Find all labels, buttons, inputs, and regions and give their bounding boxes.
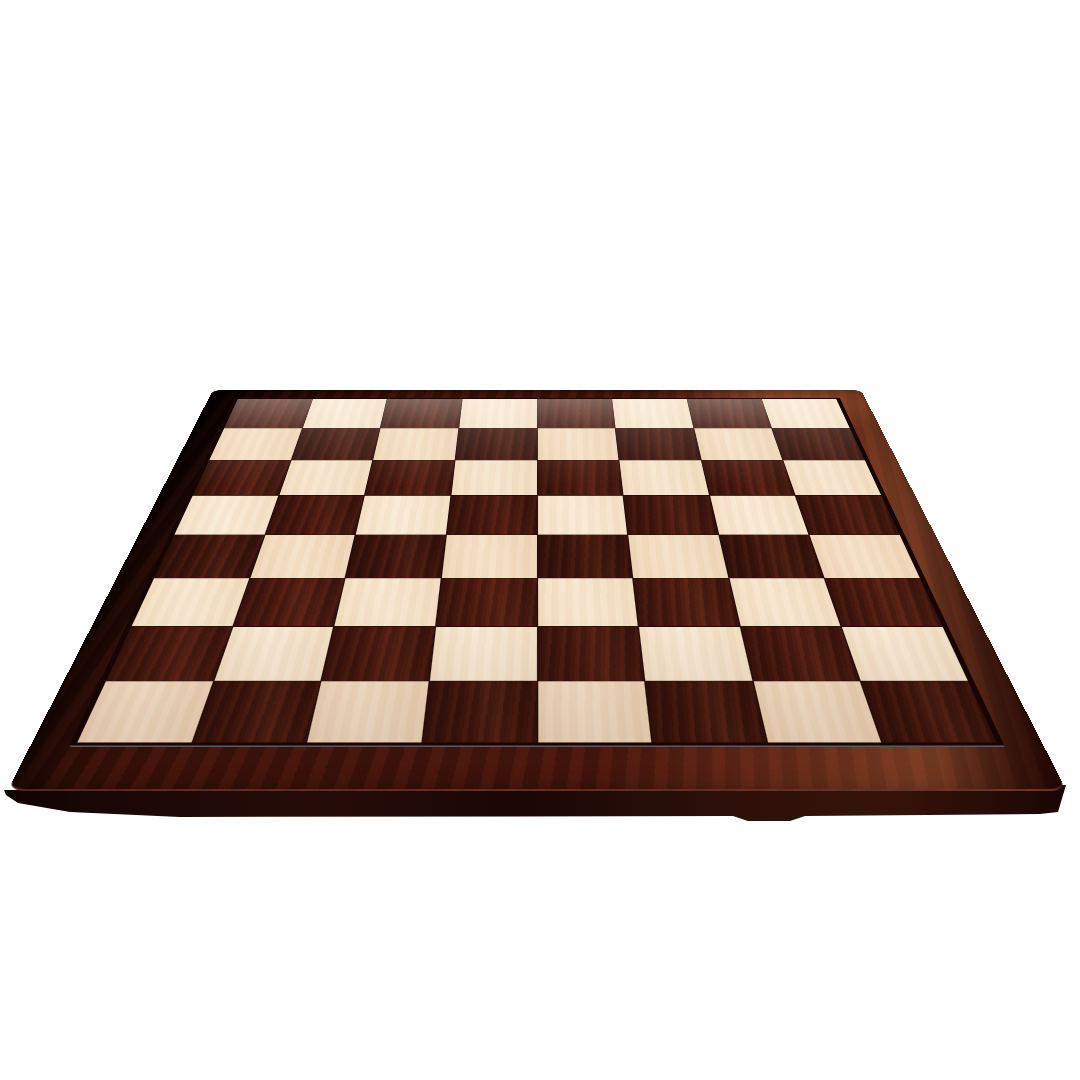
square-r5c1 [233,578,345,626]
square-r4c6 [719,535,824,578]
square-r6c1 [214,627,333,681]
square-r1c5 [616,428,701,460]
square-r0c6 [687,399,771,428]
board-grid [77,399,996,742]
square-r2c0 [193,461,290,496]
square-r2c6 [702,461,795,496]
square-r3c1 [265,496,364,535]
square-r3c2 [356,496,450,535]
square-r1c2 [373,428,458,460]
square-r4c3 [442,535,537,578]
square-r2c5 [620,461,709,496]
square-r0c1 [303,399,387,428]
chessboard [7,390,1066,791]
square-r4c0 [154,535,264,578]
square-r5c0 [132,578,249,626]
square-r7c2 [307,681,428,742]
square-r6c5 [639,627,752,681]
square-r2c7 [784,461,881,496]
square-r0c7 [762,399,850,428]
square-r3c3 [447,496,537,535]
square-r1c0 [209,428,301,460]
square-r0c5 [612,399,693,428]
square-r7c4 [538,681,652,742]
square-r2c2 [365,461,454,496]
square-r2c3 [451,461,536,496]
square-r4c2 [346,535,446,578]
square-r1c7 [772,428,864,460]
square-r4c1 [250,535,355,578]
square-r3c0 [175,496,278,535]
square-r0c2 [381,399,462,428]
square-r1c3 [455,428,536,460]
square-r7c3 [423,681,537,742]
board-photo [0,0,1080,1080]
square-r0c4 [537,399,614,428]
square-r3c7 [796,496,899,535]
square-r6c4 [538,627,645,681]
square-r3c4 [537,496,627,535]
square-r2c4 [537,461,622,496]
square-r6c6 [741,627,860,681]
square-r7c6 [753,681,881,742]
square-r3c6 [710,496,809,535]
square-r1c4 [537,428,618,460]
square-r3c5 [624,496,718,535]
square-r5c3 [436,578,536,626]
square-r4c5 [628,535,728,578]
square-r0c3 [459,399,536,428]
square-r1c1 [291,428,380,460]
square-r5c6 [729,578,841,626]
square-r6c3 [430,627,537,681]
square-r1c6 [694,428,783,460]
square-r5c2 [335,578,441,626]
square-r7c5 [646,681,767,742]
square-r0c0 [224,399,312,428]
square-r5c5 [633,578,739,626]
square-r7c1 [192,681,320,742]
square-r4c4 [537,535,632,578]
square-r5c4 [538,578,638,626]
board-frame [7,390,1066,791]
square-r6c2 [322,627,435,681]
square-r2c1 [279,461,372,496]
